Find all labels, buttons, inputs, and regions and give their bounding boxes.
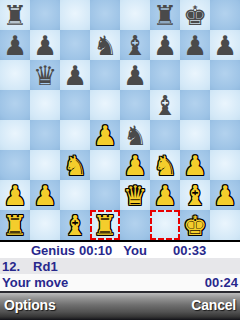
piece-white-king: ♚ xyxy=(180,210,210,240)
square-g2[interactable]: ♝ xyxy=(180,180,210,210)
piece-black-bishop: ♝ xyxy=(120,30,150,60)
square-g7[interactable]: ♟ xyxy=(180,30,210,60)
piece-black-pawn: ♟ xyxy=(0,30,30,60)
square-f8[interactable]: ♜ xyxy=(150,0,180,30)
square-d1[interactable]: ♜ xyxy=(90,210,120,240)
square-h5[interactable] xyxy=(210,90,240,120)
square-f6[interactable] xyxy=(150,60,180,90)
piece-white-knight: ♞ xyxy=(60,150,90,180)
square-e6[interactable]: ♟ xyxy=(120,60,150,90)
square-b1[interactable] xyxy=(30,210,60,240)
engine-clock: 00:10 xyxy=(79,243,112,258)
square-a4[interactable] xyxy=(0,120,30,150)
cancel-softkey[interactable]: Cancel xyxy=(191,297,236,313)
turn-prompt-label: Your move xyxy=(2,275,68,290)
piece-black-rook: ♜ xyxy=(0,0,30,30)
square-g5[interactable] xyxy=(180,90,210,120)
square-b3[interactable] xyxy=(30,150,60,180)
square-a7[interactable]: ♟ xyxy=(0,30,30,60)
square-a3[interactable] xyxy=(0,150,30,180)
phone-screen: ♜♜♚♟♟♞♝♟♟♟♛♟♟♝♟♞♞♟♞♟♟♟♛♟♝♟♜♝♜♚ Genius 00… xyxy=(0,0,240,320)
square-d6[interactable] xyxy=(90,60,120,90)
square-h7[interactable]: ♟ xyxy=(210,30,240,60)
square-g8[interactable]: ♚ xyxy=(180,0,210,30)
piece-black-queen: ♛ xyxy=(30,60,60,90)
piece-black-knight: ♞ xyxy=(120,120,150,150)
piece-black-knight: ♞ xyxy=(90,30,120,60)
square-f7[interactable]: ♟ xyxy=(150,30,180,60)
square-f5[interactable]: ♝ xyxy=(150,90,180,120)
square-g3[interactable]: ♟ xyxy=(180,150,210,180)
square-c8[interactable] xyxy=(60,0,90,30)
square-f1[interactable] xyxy=(150,210,180,240)
square-d4[interactable]: ♟ xyxy=(90,120,120,150)
square-e1[interactable] xyxy=(120,210,150,240)
square-g1[interactable]: ♚ xyxy=(180,210,210,240)
square-a8[interactable]: ♜ xyxy=(0,0,30,30)
square-e4[interactable]: ♞ xyxy=(120,120,150,150)
square-h2[interactable]: ♟ xyxy=(210,180,240,210)
piece-white-knight: ♞ xyxy=(150,150,180,180)
piece-white-pawn: ♟ xyxy=(180,150,210,180)
square-a1[interactable]: ♜ xyxy=(0,210,30,240)
piece-white-pawn: ♟ xyxy=(150,180,180,210)
square-d7[interactable]: ♞ xyxy=(90,30,120,60)
piece-white-queen: ♛ xyxy=(120,180,150,210)
square-c6[interactable]: ♟ xyxy=(60,60,90,90)
options-softkey[interactable]: Options xyxy=(4,297,55,313)
square-b6[interactable]: ♛ xyxy=(30,60,60,90)
piece-white-pawn: ♟ xyxy=(30,180,60,210)
piece-white-rook: ♜ xyxy=(90,210,120,240)
square-b4[interactable] xyxy=(30,120,60,150)
square-f4[interactable] xyxy=(150,120,180,150)
piece-white-pawn: ♟ xyxy=(90,120,120,150)
square-e7[interactable]: ♝ xyxy=(120,30,150,60)
square-h4[interactable] xyxy=(210,120,240,150)
piece-black-rook: ♜ xyxy=(150,0,180,30)
piece-black-pawn: ♟ xyxy=(120,60,150,90)
square-b8[interactable] xyxy=(30,0,60,30)
square-c2[interactable] xyxy=(60,180,90,210)
piece-black-pawn: ♟ xyxy=(180,30,210,60)
square-b5[interactable] xyxy=(30,90,60,120)
square-c7[interactable] xyxy=(60,30,90,60)
square-e8[interactable] xyxy=(120,0,150,30)
piece-white-pawn: ♟ xyxy=(120,150,150,180)
square-d5[interactable] xyxy=(90,90,120,120)
square-f2[interactable]: ♟ xyxy=(150,180,180,210)
square-d3[interactable] xyxy=(90,150,120,180)
square-c5[interactable] xyxy=(60,90,90,120)
piece-black-bishop: ♝ xyxy=(150,90,180,120)
move-number-label: 12. xyxy=(2,259,20,274)
piece-white-pawn: ♟ xyxy=(210,180,240,210)
square-h3[interactable] xyxy=(210,150,240,180)
piece-black-pawn: ♟ xyxy=(210,30,240,60)
piece-white-rook: ♜ xyxy=(0,210,30,240)
square-h1[interactable] xyxy=(210,210,240,240)
piece-black-pawn: ♟ xyxy=(30,30,60,60)
square-g6[interactable] xyxy=(180,60,210,90)
softkey-bar: Options Cancel xyxy=(0,291,240,320)
move-text-label: Rd1 xyxy=(33,259,58,274)
engine-name-label: Genius xyxy=(31,243,75,258)
square-h6[interactable] xyxy=(210,60,240,90)
player-clock: 00:33 xyxy=(173,243,206,258)
clock-row: Genius 00:10 You 00:33 xyxy=(0,242,240,258)
square-g4[interactable] xyxy=(180,120,210,150)
piece-black-pawn: ♟ xyxy=(60,60,90,90)
square-c4[interactable] xyxy=(60,120,90,150)
player-name-label: You xyxy=(123,243,147,258)
square-c1[interactable]: ♝ xyxy=(60,210,90,240)
square-e3[interactable]: ♟ xyxy=(120,150,150,180)
square-e5[interactable] xyxy=(120,90,150,120)
square-h8[interactable] xyxy=(210,0,240,30)
piece-black-pawn: ♟ xyxy=(150,30,180,60)
square-a5[interactable] xyxy=(0,90,30,120)
square-a6[interactable] xyxy=(0,60,30,90)
square-a2[interactable]: ♟ xyxy=(0,180,30,210)
square-c3[interactable]: ♞ xyxy=(60,150,90,180)
move-row: 12. Rd1 xyxy=(0,258,240,274)
prompt-row: Your move 00:24 xyxy=(0,274,240,291)
square-b2[interactable]: ♟ xyxy=(30,180,60,210)
square-d2[interactable] xyxy=(90,180,120,210)
square-f3[interactable]: ♞ xyxy=(150,150,180,180)
piece-white-pawn: ♟ xyxy=(0,180,30,210)
square-d8[interactable] xyxy=(90,0,120,30)
piece-white-bishop: ♝ xyxy=(180,180,210,210)
piece-black-king: ♚ xyxy=(180,0,210,30)
square-e2[interactable]: ♛ xyxy=(120,180,150,210)
piece-white-bishop: ♝ xyxy=(60,210,90,240)
move-timer: 00:24 xyxy=(205,275,238,290)
square-b7[interactable]: ♟ xyxy=(30,30,60,60)
chess-board: ♜♜♚♟♟♞♝♟♟♟♛♟♟♝♟♞♞♟♞♟♟♟♛♟♝♟♜♝♜♚ xyxy=(0,0,240,240)
